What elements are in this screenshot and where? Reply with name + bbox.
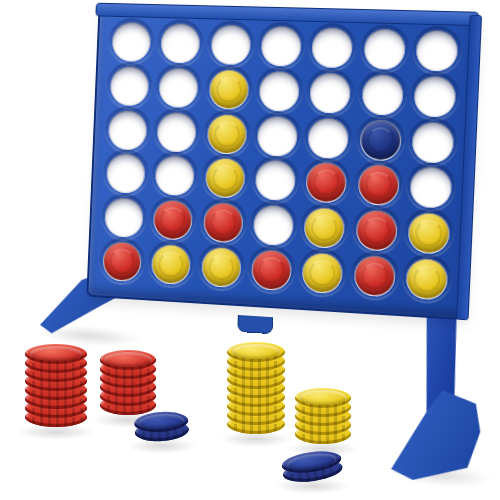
tray-disc-top-face [299,390,346,405]
yellow-stack-tall [227,342,285,447]
tray-disc-top-face [30,346,82,361]
tray-disc-top-face [232,344,281,359]
tray-disc-top-face [104,352,151,367]
connect-four-product-photo [0,0,500,500]
yellow-stack-short [295,388,351,457]
blue-disc-single [280,448,345,498]
loose-disc-tray [0,0,500,500]
red-stack-tall [25,344,87,440]
blue-stack-pair [134,410,191,456]
